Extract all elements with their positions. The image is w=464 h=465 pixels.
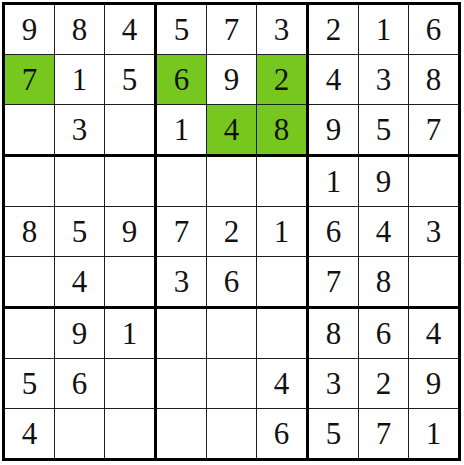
cell-r8c5[interactable] <box>207 359 257 409</box>
cell-r8c3[interactable] <box>105 359 157 409</box>
cell-r5c4[interactable]: 7 <box>157 207 207 257</box>
cell-r8c7[interactable]: 3 <box>309 359 359 409</box>
cell-r4c4[interactable] <box>157 157 207 207</box>
cell-r9c2[interactable] <box>55 409 105 458</box>
cell-r6c1[interactable] <box>5 257 55 309</box>
cell-r9c7[interactable]: 5 <box>309 409 359 458</box>
cell-r7c4[interactable] <box>157 309 207 359</box>
cell-r6c3[interactable] <box>105 257 157 309</box>
cell-r8c8[interactable]: 2 <box>359 359 409 409</box>
cell-r2c6[interactable]: 2 <box>257 55 309 105</box>
cell-r6c5[interactable]: 6 <box>207 257 257 309</box>
cell-r1c9[interactable]: 6 <box>409 5 458 55</box>
cell-r4c9[interactable] <box>409 157 458 207</box>
cell-r1c4[interactable]: 5 <box>157 5 207 55</box>
cell-r4c8[interactable]: 9 <box>359 157 409 207</box>
cell-r5c7[interactable]: 6 <box>309 207 359 257</box>
cell-r2c4[interactable]: 6 <box>157 55 207 105</box>
cell-r2c7[interactable]: 4 <box>309 55 359 105</box>
cell-r8c9[interactable]: 9 <box>409 359 458 409</box>
cell-r7c8[interactable]: 6 <box>359 309 409 359</box>
cell-r6c8[interactable]: 8 <box>359 257 409 309</box>
cell-r7c5[interactable] <box>207 309 257 359</box>
cell-r3c2[interactable]: 3 <box>55 105 105 157</box>
cell-r2c3[interactable]: 5 <box>105 55 157 105</box>
cell-r5c6[interactable]: 1 <box>257 207 309 257</box>
cell-r7c6[interactable] <box>257 309 309 359</box>
cell-r8c6[interactable]: 4 <box>257 359 309 409</box>
cell-r6c7[interactable]: 7 <box>309 257 359 309</box>
cell-r1c5[interactable]: 7 <box>207 5 257 55</box>
cell-r9c4[interactable] <box>157 409 207 458</box>
cell-r3c1[interactable] <box>5 105 55 157</box>
cell-r2c1[interactable]: 7 <box>5 55 55 105</box>
cell-r3c8[interactable]: 5 <box>359 105 409 157</box>
cell-r7c1[interactable] <box>5 309 55 359</box>
cell-r3c6[interactable]: 8 <box>257 105 309 157</box>
sudoku-board-wrap: 9845732167156924383148957198597216434367… <box>2 2 461 461</box>
cell-r1c3[interactable]: 4 <box>105 5 157 55</box>
cell-r4c2[interactable] <box>55 157 105 207</box>
cell-r9c1[interactable]: 4 <box>5 409 55 458</box>
cell-r4c5[interactable] <box>207 157 257 207</box>
cell-r9c5[interactable] <box>207 409 257 458</box>
cell-r7c7[interactable]: 8 <box>309 309 359 359</box>
cell-r1c2[interactable]: 8 <box>55 5 105 55</box>
sudoku-board: 9845732167156924383148957198597216434367… <box>2 2 461 461</box>
cell-r6c6[interactable] <box>257 257 309 309</box>
cell-r3c5[interactable]: 4 <box>207 105 257 157</box>
cell-r9c3[interactable] <box>105 409 157 458</box>
cell-r7c2[interactable]: 9 <box>55 309 105 359</box>
cell-r7c9[interactable]: 4 <box>409 309 458 359</box>
cell-r2c2[interactable]: 1 <box>55 55 105 105</box>
cell-r4c3[interactable] <box>105 157 157 207</box>
cell-r5c2[interactable]: 5 <box>55 207 105 257</box>
cell-r2c9[interactable]: 8 <box>409 55 458 105</box>
cell-r3c7[interactable]: 9 <box>309 105 359 157</box>
cell-r9c9[interactable]: 1 <box>409 409 458 458</box>
cell-r6c9[interactable] <box>409 257 458 309</box>
cell-r3c4[interactable]: 1 <box>157 105 207 157</box>
cell-r5c3[interactable]: 9 <box>105 207 157 257</box>
cell-r4c7[interactable]: 1 <box>309 157 359 207</box>
cell-r5c9[interactable]: 3 <box>409 207 458 257</box>
cell-r1c6[interactable]: 3 <box>257 5 309 55</box>
cell-r2c5[interactable]: 9 <box>207 55 257 105</box>
cell-r8c2[interactable]: 6 <box>55 359 105 409</box>
cell-r5c8[interactable]: 4 <box>359 207 409 257</box>
cell-r7c3[interactable]: 1 <box>105 309 157 359</box>
cell-r9c8[interactable]: 7 <box>359 409 409 458</box>
cell-r3c9[interactable]: 7 <box>409 105 458 157</box>
cell-r8c4[interactable] <box>157 359 207 409</box>
cell-r9c6[interactable]: 6 <box>257 409 309 458</box>
cell-r6c4[interactable]: 3 <box>157 257 207 309</box>
cell-r2c8[interactable]: 3 <box>359 55 409 105</box>
cell-r6c2[interactable]: 4 <box>55 257 105 309</box>
cell-r5c5[interactable]: 2 <box>207 207 257 257</box>
cell-r1c1[interactable]: 9 <box>5 5 55 55</box>
cell-r4c1[interactable] <box>5 157 55 207</box>
cell-r4c6[interactable] <box>257 157 309 207</box>
cell-r3c3[interactable] <box>105 105 157 157</box>
cell-r1c8[interactable]: 1 <box>359 5 409 55</box>
cell-r5c1[interactable]: 8 <box>5 207 55 257</box>
cell-r8c1[interactable]: 5 <box>5 359 55 409</box>
cell-r1c7[interactable]: 2 <box>309 5 359 55</box>
